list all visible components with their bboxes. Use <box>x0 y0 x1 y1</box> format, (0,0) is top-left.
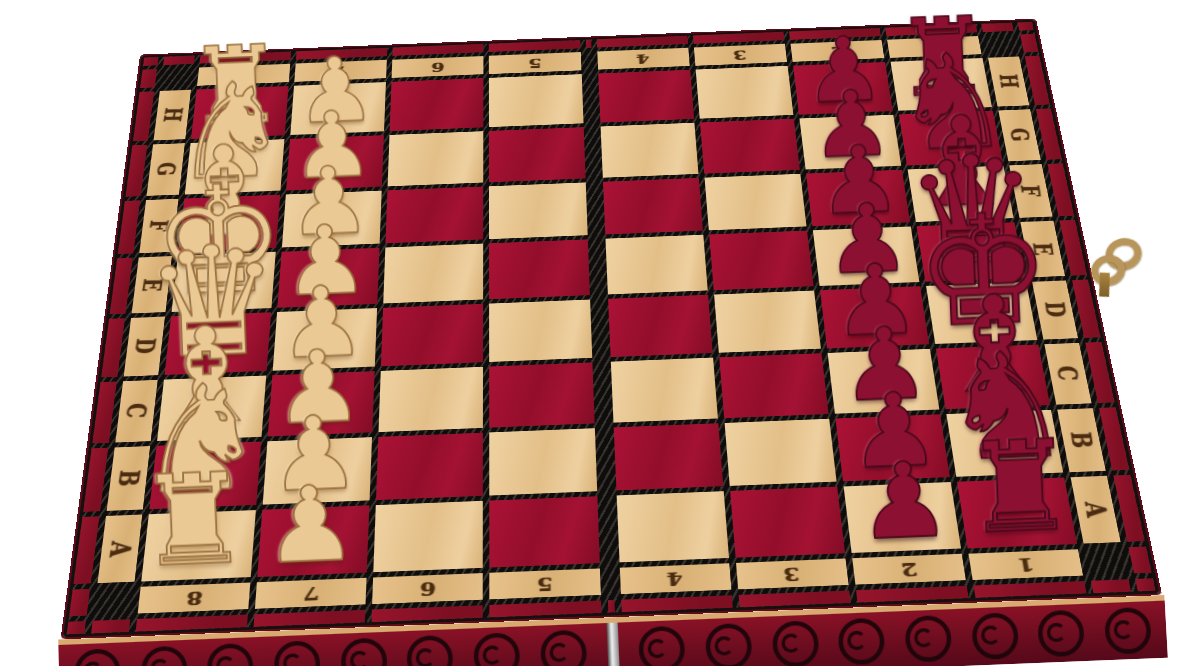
border-band <box>1047 163 1074 217</box>
spiral-motif-icon <box>74 648 121 666</box>
square-d5[interactable] <box>489 300 591 362</box>
rank-label-bottom-6: 6 <box>372 573 483 604</box>
square-g5[interactable] <box>489 127 585 182</box>
border-band <box>1091 579 1131 593</box>
border-band <box>136 615 248 632</box>
square-a6[interactable] <box>374 501 484 572</box>
square-h6[interactable] <box>390 78 484 131</box>
border-band <box>1129 546 1152 573</box>
square-a8[interactable]: ♜ <box>141 510 256 581</box>
rank-label-text: 8 <box>185 587 203 610</box>
chess-board: 8877665544332211HHGGFFEEDDCCBBAA♜♟♟♜♞♟♟♞… <box>63 20 1160 637</box>
spiral-motif-icon <box>1037 609 1085 657</box>
square-e4[interactable] <box>605 235 707 295</box>
border-band <box>118 200 141 254</box>
square-h5[interactable] <box>489 74 583 127</box>
square-a4[interactable] <box>616 491 728 562</box>
border-band <box>1018 22 1034 31</box>
rank-label-text: 3 <box>783 563 801 586</box>
border-band <box>83 447 108 512</box>
square-f6[interactable] <box>386 186 484 243</box>
square-c6[interactable] <box>379 367 484 432</box>
square-e3[interactable] <box>709 231 813 290</box>
rank-label-text: 4 <box>636 51 650 67</box>
file-label-left-a: A <box>97 515 142 584</box>
file-label-text: A <box>102 540 137 557</box>
rank-label-text: 4 <box>666 567 683 590</box>
spiral-motif-icon <box>1104 607 1152 655</box>
rank-label-text: 6 <box>420 577 437 600</box>
square-b6[interactable] <box>376 432 483 500</box>
square-c4[interactable] <box>610 357 717 422</box>
border-band <box>133 91 154 141</box>
fold-seam <box>606 623 619 666</box>
rank-label-text: 3 <box>733 47 748 63</box>
spiral-motif-icon <box>207 643 254 666</box>
rank-label-text: 5 <box>528 55 542 71</box>
file-label-text: H <box>157 107 188 122</box>
rank-label-text: 2 <box>829 43 844 59</box>
border-band <box>110 258 133 315</box>
border-band <box>596 36 687 48</box>
square-f5[interactable] <box>489 182 587 239</box>
rank-label-bottom-1: 1 <box>968 549 1083 580</box>
square-f3[interactable] <box>704 173 806 230</box>
rank-label-top-6: 6 <box>392 56 484 78</box>
square-b3[interactable] <box>724 418 836 486</box>
border-band <box>1135 578 1155 591</box>
border-band <box>126 145 148 197</box>
border-band <box>393 44 484 56</box>
rank-label-bottom-2: 2 <box>852 554 966 585</box>
square-a7[interactable]: ♟ <box>257 506 369 577</box>
square-g3[interactable] <box>700 119 800 174</box>
spiral-motif-icon <box>838 618 886 666</box>
spiral-motif-icon <box>904 615 952 663</box>
square-b5[interactable] <box>490 428 597 496</box>
square-g4[interactable] <box>600 123 698 178</box>
chess-set-photo: 8877665544332211HHGGFFEEDDCCBBAA♜♟♟♜♞♟♟♞… <box>106 0 1091 666</box>
rank-label-bottom-7: 7 <box>255 578 367 609</box>
border-band <box>69 589 90 617</box>
spiral-motif-icon <box>473 632 520 666</box>
piece-white-pawn[interactable]: ♟ <box>262 476 359 575</box>
piece-red-pawn[interactable]: ♟ <box>856 452 953 551</box>
spiral-motif-icon <box>540 629 588 666</box>
square-c5[interactable] <box>490 362 595 427</box>
spiral-motif-icon <box>407 635 454 666</box>
square-g6[interactable] <box>388 131 484 186</box>
piece-red-rook[interactable]: ♜ <box>962 428 1078 547</box>
rank-label-top-3: 3 <box>694 44 787 66</box>
rank-label-bottom-5: 5 <box>490 568 601 599</box>
border-band <box>1025 56 1050 105</box>
square-e6[interactable] <box>384 244 484 304</box>
clasp-hook-icon <box>1099 273 1110 297</box>
border-band <box>73 516 99 584</box>
border-band <box>372 605 483 622</box>
border-band <box>101 318 125 377</box>
square-c3[interactable] <box>719 353 829 418</box>
rank-label-text: 5 <box>537 573 554 596</box>
board-tilt-plane: 8877665544332211HHGGFFEEDDCCBBAA♜♟♟♜♞♟♟♞… <box>63 20 1160 637</box>
square-a1[interactable]: ♜ <box>957 478 1077 549</box>
border-band <box>1059 220 1087 276</box>
border-band <box>91 619 130 633</box>
rank-label-text: 7 <box>334 63 348 79</box>
square-d4[interactable] <box>608 295 713 357</box>
border-band <box>607 600 614 613</box>
rank-label-text: 6 <box>431 59 445 75</box>
border-band <box>92 381 117 443</box>
rank-label-text: 1 <box>926 39 942 55</box>
clasp-latch[interactable] <box>1083 230 1142 305</box>
border-band <box>693 32 785 44</box>
rank-label-bottom-8: 8 <box>138 582 251 613</box>
spiral-motif-icon <box>340 637 387 666</box>
rank-label-bottom-3: 3 <box>736 559 849 590</box>
square-f4[interactable] <box>602 178 702 235</box>
spiral-motif-icon <box>771 620 819 666</box>
piece-white-rook[interactable]: ♜ <box>136 461 252 580</box>
spiral-motif-icon <box>971 612 1019 660</box>
square-b4[interactable] <box>613 423 723 491</box>
border-band <box>1020 34 1039 53</box>
border-band <box>738 590 850 607</box>
square-d3[interactable] <box>714 291 821 353</box>
border-band <box>67 621 86 634</box>
border-band <box>140 69 157 88</box>
square-a2[interactable]: ♟ <box>843 482 961 553</box>
square-h3[interactable] <box>695 66 793 119</box>
border-band <box>1036 108 1062 159</box>
square-d6[interactable] <box>381 304 483 366</box>
spiral-motif-icon <box>705 623 753 666</box>
border-band <box>143 57 159 66</box>
rank-label-text: 2 <box>899 558 918 581</box>
spiral-motif-icon <box>274 640 321 666</box>
border-band <box>856 586 969 603</box>
rank-label-bottom-4: 4 <box>619 563 731 594</box>
square-e5[interactable] <box>489 240 589 300</box>
file-label-text: G <box>150 162 181 176</box>
border-band <box>973 581 1086 598</box>
border-band <box>490 600 601 617</box>
square-a5[interactable] <box>490 496 600 567</box>
rank-label-text: 1 <box>1016 553 1036 576</box>
border-band <box>585 40 591 49</box>
square-h4[interactable] <box>598 70 694 123</box>
spiral-motif-icon <box>638 626 686 666</box>
file-label-right-a: A <box>1071 476 1121 544</box>
file-label-text: H <box>993 74 1024 89</box>
rank-label-top-4: 4 <box>597 48 690 70</box>
rank-label-text: 8 <box>236 67 251 83</box>
border-band <box>621 595 733 612</box>
spiral-motif-icon <box>141 646 188 666</box>
file-label-text: G <box>1004 128 1035 142</box>
square-a3[interactable] <box>730 487 845 558</box>
rank-label-text: 7 <box>302 582 319 605</box>
file-label-text: A <box>1078 501 1114 517</box>
border-band <box>489 40 580 52</box>
border-band <box>254 610 366 627</box>
rank-label-top-5: 5 <box>489 52 581 74</box>
